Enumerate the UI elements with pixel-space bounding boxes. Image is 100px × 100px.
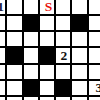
white-cell[interactable] (89, 97, 100, 100)
white-cell[interactable] (0, 65, 5, 79)
crossword-viewport: 1S23 (0, 0, 100, 100)
white-cell[interactable] (7, 16, 21, 30)
white-cell[interactable] (89, 16, 100, 30)
white-cell[interactable] (7, 97, 21, 100)
white-cell[interactable] (24, 65, 38, 79)
white-cell[interactable] (56, 97, 70, 100)
white-cell[interactable] (40, 32, 54, 46)
white-cell[interactable] (40, 81, 54, 95)
white-cell[interactable] (7, 81, 21, 95)
white-cell[interactable] (40, 65, 54, 79)
clue-number: 1 (0, 0, 4, 13)
white-cell[interactable] (72, 0, 86, 14)
white-cell[interactable]: 1 (0, 0, 5, 14)
black-cell (24, 81, 38, 95)
black-cell (24, 16, 38, 30)
crossword-board: 1S23 (0, 0, 100, 100)
black-cell (72, 16, 86, 30)
white-cell[interactable] (24, 0, 38, 14)
entry-letter: S (45, 0, 53, 13)
white-cell[interactable]: 3 (89, 81, 100, 95)
white-cell[interactable] (0, 32, 5, 46)
white-cell[interactable] (56, 0, 70, 14)
white-cell[interactable] (89, 32, 100, 46)
white-cell[interactable] (24, 97, 38, 100)
white-cell[interactable] (24, 32, 38, 46)
white-cell[interactable] (72, 48, 86, 62)
white-cell[interactable] (72, 97, 86, 100)
white-cell[interactable] (7, 0, 21, 14)
white-cell[interactable] (0, 81, 5, 95)
white-cell[interactable] (0, 16, 5, 30)
white-cell[interactable] (89, 48, 100, 62)
clue-number: 3 (96, 81, 100, 95)
white-cell[interactable] (40, 16, 54, 30)
black-cell (56, 81, 70, 95)
white-cell[interactable]: 2 (56, 48, 70, 62)
white-cell[interactable] (24, 48, 38, 62)
white-cell[interactable] (0, 97, 5, 100)
white-cell[interactable] (72, 81, 86, 95)
white-cell[interactable] (56, 32, 70, 46)
black-cell (7, 48, 21, 62)
white-cell[interactable] (56, 65, 70, 79)
white-cell[interactable] (7, 32, 21, 46)
white-cell[interactable] (0, 48, 5, 62)
white-cell[interactable] (56, 16, 70, 30)
black-cell (40, 48, 54, 62)
white-cell[interactable]: S (40, 0, 54, 14)
white-cell[interactable] (72, 65, 86, 79)
white-cell[interactable] (40, 97, 54, 100)
clue-number: 2 (60, 49, 67, 63)
white-cell[interactable] (89, 65, 100, 79)
white-cell[interactable] (89, 0, 100, 14)
white-cell[interactable] (72, 32, 86, 46)
white-cell[interactable] (7, 65, 21, 79)
